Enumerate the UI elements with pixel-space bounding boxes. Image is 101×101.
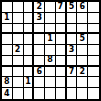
cell-r6c3[interactable] [24, 56, 35, 67]
cell-r9c1[interactable]: 4 [2, 88, 13, 99]
cell-r9c4[interactable] [34, 88, 45, 99]
cell-r8c1[interactable]: 8 [2, 77, 13, 88]
cell-r4c1[interactable] [2, 34, 13, 45]
cell-r2c5[interactable] [45, 13, 56, 24]
cell-r8c9[interactable] [88, 77, 99, 88]
cell-r4c8[interactable]: 5 [77, 34, 88, 45]
cell-r2c2[interactable] [13, 13, 24, 24]
cell-r2c6[interactable] [56, 13, 67, 24]
cell-r8c3[interactable]: 1 [24, 77, 35, 88]
cell-r3c4[interactable] [34, 24, 45, 35]
cell-r9c9[interactable] [88, 88, 99, 99]
cell-r3c3[interactable] [24, 24, 35, 35]
cell-r6c9[interactable] [88, 56, 99, 67]
cell-r1c8[interactable]: 6 [77, 2, 88, 13]
cell-r5c6[interactable] [56, 45, 67, 56]
cell-r7c8[interactable]: 2 [77, 67, 88, 78]
cell-r3c8[interactable] [77, 24, 88, 35]
cell-r6c6[interactable] [56, 56, 67, 67]
cell-r1c4[interactable]: 2 [34, 2, 45, 13]
cell-r6c2[interactable] [13, 56, 24, 67]
cell-r9c8[interactable] [77, 88, 88, 99]
cell-r2c4[interactable]: 3 [34, 13, 45, 24]
cell-r1c6[interactable]: 7 [56, 2, 67, 13]
cell-r7c5[interactable] [45, 67, 56, 78]
cell-r5c8[interactable] [77, 45, 88, 56]
cell-r3c9[interactable] [88, 24, 99, 35]
cell-r8c4[interactable] [34, 77, 45, 88]
cell-r4c7[interactable] [67, 34, 78, 45]
cell-r6c7[interactable] [67, 56, 78, 67]
cell-r4c3[interactable] [24, 34, 35, 45]
cell-r7c3[interactable] [24, 67, 35, 78]
cell-r7c7[interactable]: 7 [67, 67, 78, 78]
cell-r7c4[interactable]: 6 [34, 67, 45, 78]
cell-r9c2[interactable] [13, 88, 24, 99]
cell-r3c6[interactable] [56, 24, 67, 35]
cell-r5c5[interactable] [45, 45, 56, 56]
cell-r9c3[interactable] [24, 88, 35, 99]
cell-r2c9[interactable] [88, 13, 99, 24]
cell-r3c7[interactable] [67, 24, 78, 35]
cell-r8c6[interactable] [56, 77, 67, 88]
cell-r7c9[interactable] [88, 67, 99, 78]
cell-r4c6[interactable] [56, 34, 67, 45]
cell-r1c3[interactable] [24, 2, 35, 13]
sudoku-board: 27561315238672814 [0, 0, 101, 101]
cell-r1c7[interactable]: 5 [67, 2, 78, 13]
cell-r5c2[interactable]: 2 [13, 45, 24, 56]
cell-r5c1[interactable] [2, 45, 13, 56]
cell-r1c9[interactable] [88, 2, 99, 13]
cell-r8c2[interactable] [13, 77, 24, 88]
cell-r1c2[interactable] [13, 2, 24, 13]
cell-r6c1[interactable] [2, 56, 13, 67]
cell-r6c4[interactable] [34, 56, 45, 67]
cell-r2c3[interactable] [24, 13, 35, 24]
cell-r3c5[interactable] [45, 24, 56, 35]
cell-r9c6[interactable] [56, 88, 67, 99]
cell-r7c1[interactable] [2, 67, 13, 78]
cell-r6c8[interactable] [77, 56, 88, 67]
cell-r2c8[interactable] [77, 13, 88, 24]
cell-r7c2[interactable] [13, 67, 24, 78]
cell-r9c5[interactable] [45, 88, 56, 99]
cell-r2c1[interactable]: 1 [2, 13, 13, 24]
cell-r8c5[interactable] [45, 77, 56, 88]
cell-r8c8[interactable] [77, 77, 88, 88]
cell-r5c7[interactable]: 3 [67, 45, 78, 56]
cell-r3c2[interactable] [13, 24, 24, 35]
cell-r4c5[interactable]: 1 [45, 34, 56, 45]
cell-r4c9[interactable] [88, 34, 99, 45]
cell-r5c9[interactable] [88, 45, 99, 56]
cell-r1c1[interactable] [2, 2, 13, 13]
cell-r9c7[interactable] [67, 88, 78, 99]
cell-r2c7[interactable] [67, 13, 78, 24]
cell-r6c5[interactable]: 8 [45, 56, 56, 67]
cell-r4c2[interactable] [13, 34, 24, 45]
cell-r3c1[interactable] [2, 24, 13, 35]
cell-r5c4[interactable] [34, 45, 45, 56]
cell-r8c7[interactable] [67, 77, 78, 88]
cell-r4c4[interactable] [34, 34, 45, 45]
cell-r5c3[interactable] [24, 45, 35, 56]
cell-r7c6[interactable] [56, 67, 67, 78]
cell-r1c5[interactable] [45, 2, 56, 13]
